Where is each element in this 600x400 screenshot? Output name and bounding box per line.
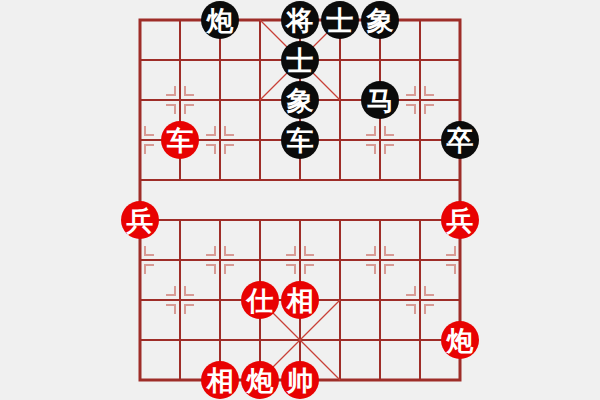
black-horse[interactable]: 马 (361, 81, 399, 119)
red-soldier[interactable]: 兵 (441, 201, 479, 239)
red-elephant[interactable]: 相 (281, 281, 319, 319)
red-soldier[interactable]: 兵 (121, 201, 159, 239)
black-advisor[interactable]: 士 (281, 41, 319, 79)
black-soldier[interactable]: 卒 (441, 121, 479, 159)
black-advisor[interactable]: 士 (321, 1, 359, 39)
red-cannon[interactable]: 炮 (241, 361, 279, 399)
red-chariot[interactable]: 车 (161, 121, 199, 159)
red-cannon[interactable]: 炮 (441, 321, 479, 359)
black-general[interactable]: 将 (281, 1, 319, 39)
red-elephant[interactable]: 相 (201, 361, 239, 399)
xiangqi-board: 炮将士象士象马车卒车兵兵仕相炮相炮帅 (120, 0, 480, 400)
black-elephant[interactable]: 象 (281, 81, 319, 119)
red-general[interactable]: 帅 (281, 361, 319, 399)
black-elephant[interactable]: 象 (361, 1, 399, 39)
red-advisor[interactable]: 仕 (241, 281, 279, 319)
xiangqi-board-screenshot: 炮将士象士象马车卒车兵兵仕相炮相炮帅 (0, 0, 600, 400)
black-cannon[interactable]: 炮 (201, 1, 239, 39)
black-chariot[interactable]: 车 (281, 121, 319, 159)
